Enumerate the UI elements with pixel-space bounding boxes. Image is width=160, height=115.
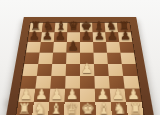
square-f4[interactable] <box>94 63 109 75</box>
square-c2[interactable]: ♟ <box>49 88 65 102</box>
square-d1[interactable]: ♛ <box>64 102 80 115</box>
black-rook: ♜ <box>30 20 41 32</box>
square-a1[interactable]: ♜ <box>16 102 34 115</box>
board-frame: ♜♞♝♛♚♝♞♜♟♟♟♟♟♟♟♟♟♟♟♟♟♟♟♟♜♞♝♛♚♝♞♜ <box>3 17 157 115</box>
square-c4[interactable] <box>51 63 66 75</box>
white-bishop: ♝ <box>49 101 62 115</box>
square-c7[interactable]: ♟ <box>54 32 67 42</box>
white-king: ♚ <box>81 101 94 115</box>
black-bishop: ♝ <box>94 20 105 32</box>
square-h2[interactable]: ♟ <box>125 88 142 102</box>
square-g4[interactable] <box>108 63 123 75</box>
square-c3[interactable] <box>50 75 65 88</box>
square-f5[interactable] <box>93 52 107 63</box>
square-g6[interactable] <box>106 42 120 53</box>
square-h8[interactable]: ♜ <box>117 22 131 31</box>
black-knight: ♞ <box>43 20 54 32</box>
white-pawn: ♟ <box>81 61 93 75</box>
square-g1[interactable]: ♞ <box>111 102 128 115</box>
square-e2[interactable] <box>80 88 95 102</box>
square-h1[interactable]: ♜ <box>126 102 144 115</box>
white-pawn: ♟ <box>97 87 110 102</box>
square-f8[interactable]: ♝ <box>92 22 105 31</box>
square-b8[interactable]: ♞ <box>42 22 55 31</box>
white-pawn: ♟ <box>66 87 79 102</box>
black-knight: ♞ <box>106 20 117 32</box>
square-h7[interactable]: ♟ <box>118 32 132 42</box>
white-pawn: ♟ <box>127 87 140 102</box>
chess-board: ♜♞♝♛♚♝♞♜♟♟♟♟♟♟♟♟♟♟♟♟♟♟♟♟♜♞♝♛♚♝♞♜ <box>16 22 144 115</box>
square-d4[interactable] <box>66 63 80 75</box>
square-f1[interactable]: ♝ <box>95 102 112 115</box>
square-a6[interactable] <box>26 42 41 53</box>
square-b7[interactable]: ♟ <box>41 32 55 42</box>
square-c1[interactable]: ♝ <box>48 102 65 115</box>
square-b4[interactable] <box>37 63 52 75</box>
square-c6[interactable] <box>53 42 67 53</box>
square-f7[interactable]: ♟ <box>93 32 106 42</box>
square-e1[interactable]: ♚ <box>80 102 96 115</box>
white-queen: ♛ <box>65 101 78 115</box>
square-h5[interactable] <box>120 52 135 63</box>
white-bishop: ♝ <box>97 101 110 115</box>
black-queen: ♛ <box>68 20 79 32</box>
black-pawn: ♟ <box>68 39 79 52</box>
square-e4[interactable]: ♟ <box>80 63 94 75</box>
square-c8[interactable]: ♝ <box>55 22 68 31</box>
square-d6[interactable]: ♟ <box>67 42 80 53</box>
square-f2[interactable]: ♟ <box>95 88 111 102</box>
square-f3[interactable] <box>94 75 109 88</box>
square-d7[interactable] <box>67 32 80 42</box>
square-g2[interactable]: ♟ <box>110 88 126 102</box>
square-d3[interactable] <box>65 75 80 88</box>
square-d8[interactable]: ♛ <box>67 22 80 31</box>
white-pawn: ♟ <box>35 87 48 102</box>
black-bishop: ♝ <box>56 20 67 32</box>
square-e5[interactable] <box>80 52 94 63</box>
square-g8[interactable]: ♞ <box>105 22 118 31</box>
black-king: ♚ <box>81 20 92 32</box>
square-d5[interactable] <box>66 52 80 63</box>
square-e3[interactable] <box>80 75 95 88</box>
square-g5[interactable] <box>107 52 122 63</box>
square-f6[interactable] <box>93 42 107 53</box>
square-e6[interactable] <box>80 42 93 53</box>
square-h6[interactable] <box>119 42 134 53</box>
square-e8[interactable]: ♚ <box>80 22 93 31</box>
white-knight: ♞ <box>113 101 127 115</box>
white-pawn: ♟ <box>20 87 33 102</box>
square-a2[interactable]: ♟ <box>18 88 35 102</box>
square-b3[interactable] <box>35 75 51 88</box>
white-knight: ♞ <box>33 101 47 115</box>
square-h3[interactable] <box>123 75 139 88</box>
square-b1[interactable]: ♞ <box>32 102 49 115</box>
square-c5[interactable] <box>52 52 66 63</box>
square-a3[interactable] <box>20 75 36 88</box>
square-b5[interactable] <box>38 52 53 63</box>
square-b6[interactable] <box>40 42 54 53</box>
photo-scene: ♜♞♝♛♚♝♞♜♟♟♟♟♟♟♟♟♟♟♟♟♟♟♟♟♜♞♝♛♚♝♞♜ <box>0 0 160 115</box>
square-h4[interactable] <box>122 63 138 75</box>
square-d2[interactable]: ♟ <box>65 88 80 102</box>
square-b2[interactable]: ♟ <box>34 88 50 102</box>
square-a4[interactable] <box>22 63 38 75</box>
black-rook: ♜ <box>119 20 130 32</box>
board-perspective-wrapper: ♜♞♝♛♚♝♞♜♟♟♟♟♟♟♟♟♟♟♟♟♟♟♟♟♜♞♝♛♚♝♞♜ <box>3 17 157 115</box>
white-pawn: ♟ <box>112 87 125 102</box>
square-g3[interactable] <box>109 75 125 88</box>
square-a7[interactable]: ♟ <box>28 32 42 42</box>
square-a5[interactable] <box>24 52 39 63</box>
square-g7[interactable]: ♟ <box>105 32 119 42</box>
square-a8[interactable]: ♜ <box>29 22 43 31</box>
white-pawn: ♟ <box>51 87 64 102</box>
square-e7[interactable]: ♟ <box>80 32 93 42</box>
white-rook: ♜ <box>18 101 32 115</box>
white-rook: ♜ <box>129 101 143 115</box>
